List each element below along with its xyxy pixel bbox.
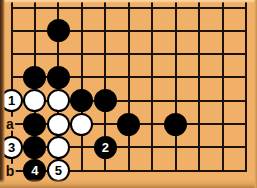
white-stone — [47, 89, 70, 112]
move-number: 3 — [8, 141, 15, 154]
white-stone-move-1: 1 — [0, 89, 23, 112]
go-diagram: ab13245 — [0, 0, 257, 188]
white-stone — [47, 136, 70, 159]
black-stone-move-2: 2 — [94, 136, 117, 159]
black-stone-move-4: 4 — [23, 159, 46, 182]
move-number: 4 — [31, 164, 38, 177]
black-stone — [94, 89, 117, 112]
move-number: 5 — [55, 164, 62, 177]
grid-line-horizontal — [11, 53, 248, 55]
black-stone — [70, 89, 93, 112]
board-edge-right-shadow — [254, 0, 257, 188]
point-label-a: a — [5, 117, 15, 131]
move-number: 1 — [8, 94, 15, 107]
white-stone — [23, 89, 46, 112]
grid-line-horizontal — [11, 30, 248, 32]
point-label-b: b — [5, 164, 16, 178]
black-stone — [23, 113, 46, 136]
white-stone-move-3: 3 — [0, 136, 23, 159]
white-stone — [47, 113, 70, 136]
black-stone — [23, 66, 46, 89]
move-number: 2 — [102, 141, 109, 154]
black-stone — [47, 66, 70, 89]
white-stone-move-5: 5 — [47, 159, 70, 182]
black-stone — [117, 113, 140, 136]
white-stone — [70, 113, 93, 136]
black-stone — [164, 113, 187, 136]
black-stone — [47, 19, 70, 42]
black-stone — [23, 136, 46, 159]
grid-line-horizontal — [11, 7, 248, 9]
